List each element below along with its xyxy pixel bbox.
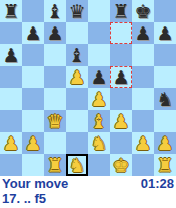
square-c3[interactable]: ♛ (44, 110, 66, 132)
piece-white-pawn: ♟ (68, 66, 85, 88)
piece-black-queen: ♛ (68, 0, 85, 22)
piece-black-king: ♚ (134, 0, 151, 22)
square-b5[interactable] (22, 66, 44, 88)
square-c7[interactable]: ♟ (44, 22, 66, 44)
piece-white-bishop: ♝ (90, 110, 107, 132)
square-h2[interactable]: ♟ (154, 132, 176, 154)
square-d8[interactable]: ♛ (66, 0, 88, 22)
square-d7[interactable] (66, 22, 88, 44)
piece-black-bishop: ♝ (46, 0, 63, 22)
piece-black-pawn: ♟ (112, 66, 129, 88)
piece-black-rook: ♜ (112, 0, 129, 22)
piece-white-queen: ♛ (46, 110, 63, 132)
piece-white-rook: ♜ (156, 154, 173, 176)
square-a2[interactable]: ♟ (0, 132, 22, 154)
square-g4[interactable] (132, 88, 154, 110)
square-e3[interactable]: ♝ (88, 110, 110, 132)
square-e2[interactable]: ♞ (88, 132, 110, 154)
piece-black-pawn: ♟ (156, 22, 173, 44)
turn-indicator: Your move (2, 177, 68, 191)
square-f5[interactable]: ♟ (110, 66, 132, 88)
square-f3[interactable]: ♟ (110, 110, 132, 132)
square-g2[interactable]: ♟ (132, 132, 154, 154)
square-h5[interactable] (154, 66, 176, 88)
clock: 01:28 (141, 177, 174, 191)
piece-white-pawn: ♟ (134, 132, 151, 154)
square-b1[interactable] (22, 154, 44, 176)
piece-white-knight: ♞ (68, 154, 85, 176)
square-f8[interactable]: ♜ (110, 0, 132, 22)
piece-black-pawn: ♟ (134, 22, 151, 44)
square-c1[interactable]: ♜ (44, 154, 66, 176)
piece-white-rook: ♜ (46, 154, 63, 176)
square-d3[interactable] (66, 110, 88, 132)
square-e8[interactable] (88, 0, 110, 22)
square-b2[interactable]: ♟ (22, 132, 44, 154)
square-h6[interactable] (154, 44, 176, 66)
square-g6[interactable] (132, 44, 154, 66)
square-e5[interactable]: ♟ (88, 66, 110, 88)
square-f2[interactable] (110, 132, 132, 154)
square-h1[interactable]: ♜ (154, 154, 176, 176)
piece-white-pawn: ♟ (2, 132, 19, 154)
square-e6[interactable] (88, 44, 110, 66)
square-d6[interactable]: ♝ (66, 44, 88, 66)
square-b3[interactable] (22, 110, 44, 132)
square-e7[interactable] (88, 22, 110, 44)
square-d4[interactable] (66, 88, 88, 110)
piece-black-knight: ♞ (156, 88, 173, 110)
piece-black-pawn: ♟ (46, 22, 63, 44)
square-b8[interactable] (22, 0, 44, 22)
piece-white-pawn: ♟ (90, 88, 107, 110)
piece-white-pawn: ♟ (156, 132, 173, 154)
square-a4[interactable] (0, 88, 22, 110)
square-h4[interactable]: ♞ (154, 88, 176, 110)
square-b7[interactable]: ♟ (22, 22, 44, 44)
square-c5[interactable] (44, 66, 66, 88)
status-row-top: Your move 01:28 (2, 177, 174, 191)
square-d2[interactable] (66, 132, 88, 154)
chess-app-screen: ♜♝♛♜♚♟♟♟♟♟♝♟♟♟♟♞♛♝♟♟♟♞♟♟♜♞♚♜ Your move 0… (0, 0, 176, 208)
piece-black-rook: ♜ (2, 0, 19, 22)
square-a7[interactable] (0, 22, 22, 44)
square-a5[interactable] (0, 66, 22, 88)
piece-black-pawn: ♟ (2, 44, 19, 66)
square-h8[interactable] (154, 0, 176, 22)
square-c2[interactable] (44, 132, 66, 154)
square-c6[interactable] (44, 44, 66, 66)
piece-white-pawn: ♟ (24, 132, 41, 154)
square-g1[interactable] (132, 154, 154, 176)
status-row-bottom: 17. .. f5 (2, 192, 174, 206)
square-g8[interactable]: ♚ (132, 0, 154, 22)
square-g7[interactable]: ♟ (132, 22, 154, 44)
square-a6[interactable]: ♟ (0, 44, 22, 66)
piece-white-knight: ♞ (90, 132, 107, 154)
square-g3[interactable] (132, 110, 154, 132)
piece-white-king: ♚ (112, 154, 129, 176)
piece-black-pawn: ♟ (90, 66, 107, 88)
square-d1[interactable]: ♞ (66, 154, 88, 176)
square-c4[interactable] (44, 88, 66, 110)
square-b4[interactable] (22, 88, 44, 110)
square-e1[interactable] (88, 154, 110, 176)
square-g5[interactable] (132, 66, 154, 88)
last-move-text: 17. .. f5 (2, 192, 46, 206)
square-a8[interactable]: ♜ (0, 0, 22, 22)
chess-board[interactable]: ♜♝♛♜♚♟♟♟♟♟♝♟♟♟♟♞♛♝♟♟♟♞♟♟♜♞♚♜ (0, 0, 176, 176)
square-h7[interactable]: ♟ (154, 22, 176, 44)
square-f4[interactable] (110, 88, 132, 110)
piece-black-pawn: ♟ (24, 22, 41, 44)
square-b6[interactable] (22, 44, 44, 66)
square-e4[interactable]: ♟ (88, 88, 110, 110)
square-a1[interactable] (0, 154, 22, 176)
square-f1[interactable]: ♚ (110, 154, 132, 176)
square-h3[interactable] (154, 110, 176, 132)
square-d5[interactable]: ♟ (66, 66, 88, 88)
piece-white-pawn: ♟ (112, 110, 129, 132)
square-a3[interactable] (0, 110, 22, 132)
piece-black-bishop: ♝ (68, 44, 85, 66)
square-c8[interactable]: ♝ (44, 0, 66, 22)
status-bar: Your move 01:28 17. .. f5 (0, 176, 176, 208)
square-f6[interactable] (110, 44, 132, 66)
square-f7[interactable] (110, 22, 132, 44)
